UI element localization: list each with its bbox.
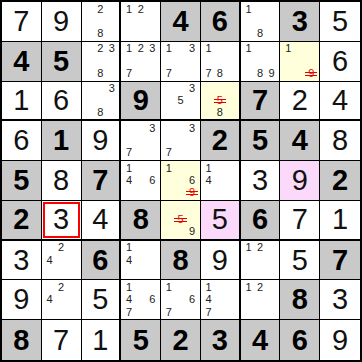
cell-r6c5[interactable]: 95 xyxy=(161,201,201,241)
given-digit: 1 xyxy=(42,121,81,160)
candidate: 1 xyxy=(203,162,214,174)
candidate-marks: 178 xyxy=(201,42,239,81)
cell-r3c7[interactable]: 7 xyxy=(241,82,281,122)
candidate: 5 xyxy=(175,94,187,106)
cell-r7c9[interactable]: 7 xyxy=(320,241,360,281)
candidate: 3 xyxy=(147,43,159,55)
solved-digit: 3 xyxy=(241,161,280,200)
cell-r6c8[interactable]: 7 xyxy=(280,201,320,241)
candidate: 4 xyxy=(44,294,56,306)
cell-r1c2[interactable]: 9 xyxy=(42,2,82,42)
cell-r7c8[interactable]: 5 xyxy=(280,241,320,281)
candidate-marks: 14 xyxy=(201,161,239,200)
cell-r2c2[interactable]: 5 xyxy=(42,42,82,82)
solved-digit: 9 xyxy=(320,320,360,360)
candidate: 8 xyxy=(214,106,225,118)
candidate: 1 xyxy=(203,43,214,55)
candidate: 7 xyxy=(123,306,135,318)
cell-r5c8[interactable]: 9 xyxy=(280,161,320,201)
cell-r3c1[interactable]: 1 xyxy=(2,82,42,122)
solved-digit: 3 xyxy=(2,241,41,280)
cell-r6c2[interactable]: 3 xyxy=(42,201,82,241)
cell-r9c7[interactable]: 4 xyxy=(241,320,281,360)
candidate: 7 xyxy=(163,67,175,79)
cell-r7c7[interactable]: 12 xyxy=(241,241,281,281)
solved-digit: 9 xyxy=(280,161,319,200)
candidate: 8 xyxy=(214,67,225,79)
candidate-marks: 38 xyxy=(82,82,120,120)
solved-digit: 7 xyxy=(2,2,41,41)
solved-digit: 4 xyxy=(320,82,360,120)
candidate-marks: 28 xyxy=(82,2,120,41)
solved-digit: 9 xyxy=(2,280,41,319)
cell-r9c2[interactable]: 7 xyxy=(42,320,82,360)
given-digit: 8 xyxy=(161,241,200,280)
eliminated-candidate: 9 xyxy=(306,67,318,79)
sudoku-board: 7928124618354523812371371781891961638935… xyxy=(0,0,362,362)
given-digit: 2 xyxy=(2,201,41,239)
candidate-marks: 18 xyxy=(241,2,280,41)
cell-r8c4[interactable]: 1467 xyxy=(121,280,161,320)
solved-digit: 7 xyxy=(42,320,81,360)
candidate-marks: 12 xyxy=(241,241,280,280)
candidate: 1 xyxy=(123,43,135,55)
cell-r6c7[interactable]: 6 xyxy=(241,201,281,241)
solved-digit: 6 xyxy=(42,82,81,120)
candidate-marks: 1237 xyxy=(121,42,160,81)
given-digit: 8 xyxy=(2,320,41,360)
given-digit: 6 xyxy=(201,2,239,41)
candidate: 1 xyxy=(282,43,294,55)
candidate: 6 xyxy=(147,174,159,186)
candidate-marks: 85 xyxy=(201,82,239,120)
cell-r8c2[interactable]: 24 xyxy=(42,280,82,320)
given-digit: 4 xyxy=(161,2,200,41)
candidate-marks: 169 xyxy=(161,161,200,200)
cell-r3c9[interactable]: 4 xyxy=(320,82,360,122)
candidate: 2 xyxy=(135,3,147,15)
candidate-marks: 1467 xyxy=(121,280,160,319)
cell-r4c6[interactable]: 2 xyxy=(201,121,241,161)
given-digit: 4 xyxy=(280,121,319,160)
cell-r1c7[interactable]: 18 xyxy=(241,2,281,42)
cell-r1c4[interactable]: 12 xyxy=(121,2,161,42)
cell-r8c6[interactable]: 147 xyxy=(201,280,241,320)
cell-r8c9[interactable]: 3 xyxy=(320,280,360,320)
cell-r6c1[interactable]: 2 xyxy=(2,201,42,241)
cell-r5c7[interactable]: 3 xyxy=(241,161,281,201)
candidate: 1 xyxy=(163,43,175,55)
cell-r8c7[interactable]: 12 xyxy=(241,280,281,320)
cell-r4c1[interactable]: 6 xyxy=(2,121,42,161)
given-digit: 4 xyxy=(2,42,41,81)
cell-r4c4[interactable]: 37 xyxy=(121,121,161,161)
cell-r3c3[interactable]: 38 xyxy=(82,82,122,122)
given-digit: 5 xyxy=(241,121,280,160)
cell-r5c5[interactable]: 169 xyxy=(161,161,201,201)
solved-digit: 2 xyxy=(280,82,319,120)
given-digit: 3 xyxy=(201,320,239,360)
cell-r3c4[interactable]: 9 xyxy=(121,82,161,122)
cell-r9c8[interactable]: 6 xyxy=(280,320,320,360)
given-digit: 4 xyxy=(241,320,280,360)
cell-r3c2[interactable]: 6 xyxy=(42,82,82,122)
cell-r3c6[interactable]: 85 xyxy=(201,82,241,122)
solved-digit: 9 xyxy=(42,2,81,41)
given-digit: 8 xyxy=(121,201,160,239)
candidate: 2 xyxy=(254,242,266,254)
candidate-marks: 147 xyxy=(201,280,239,319)
candidate: 9 xyxy=(186,226,198,238)
cell-r8c5[interactable]: 167 xyxy=(161,280,201,320)
candidate: 1 xyxy=(243,242,255,254)
candidate: 7 xyxy=(203,67,214,79)
cell-r2c9[interactable]: 6 xyxy=(320,42,360,82)
solved-digit: 1 xyxy=(320,201,360,239)
candidate: 7 xyxy=(123,147,135,159)
candidate: 3 xyxy=(186,83,198,95)
given-digit: 3 xyxy=(280,2,319,41)
candidate: 6 xyxy=(147,294,159,306)
solved-digit: 8 xyxy=(42,161,81,200)
cell-r2c3[interactable]: 238 xyxy=(82,42,122,82)
solved-digit: 3 xyxy=(42,201,81,239)
candidate: 3 xyxy=(147,122,159,134)
candidate: 8 xyxy=(95,28,106,40)
cell-r2c5[interactable]: 137 xyxy=(161,42,201,82)
cell-r9c9[interactable]: 9 xyxy=(320,320,360,360)
cell-r7c1[interactable]: 3 xyxy=(2,241,42,281)
candidate-marks: 35 xyxy=(161,82,200,120)
eliminated-candidate: 9 xyxy=(186,187,198,199)
candidate: 1 xyxy=(123,3,135,15)
cell-r9c3[interactable]: 1 xyxy=(82,320,122,360)
cell-r5c9[interactable]: 2 xyxy=(320,161,360,201)
candidate: 4 xyxy=(123,174,135,186)
cell-r1c3[interactable]: 28 xyxy=(82,2,122,42)
given-digit: 2 xyxy=(320,161,360,200)
candidate: 8 xyxy=(95,67,106,79)
candidate: 7 xyxy=(203,306,214,318)
candidate: 8 xyxy=(254,67,266,79)
cell-r2c4[interactable]: 1237 xyxy=(121,42,161,82)
cell-r9c5[interactable]: 2 xyxy=(161,320,201,360)
candidate: 2 xyxy=(254,281,266,293)
cell-r2c1[interactable]: 4 xyxy=(2,42,42,82)
given-digit: 7 xyxy=(82,161,120,200)
candidate: 1 xyxy=(243,3,255,15)
given-digit: 6 xyxy=(241,201,280,239)
cell-r7c3[interactable]: 6 xyxy=(82,241,122,281)
candidate-marks: 19 xyxy=(280,42,319,81)
candidate: 2 xyxy=(135,43,147,55)
cell-r3c5[interactable]: 35 xyxy=(161,82,201,122)
candidate-marks: 95 xyxy=(161,201,200,239)
candidate: 7 xyxy=(163,306,175,318)
given-digit: 7 xyxy=(320,241,360,280)
cell-r5c1[interactable]: 5 xyxy=(2,161,42,201)
solved-digit: 5 xyxy=(201,201,239,239)
candidate-marks: 24 xyxy=(42,280,81,319)
candidate: 2 xyxy=(95,3,106,15)
cell-r5c2[interactable]: 8 xyxy=(42,161,82,201)
cell-r5c3[interactable]: 7 xyxy=(82,161,122,201)
cell-r5c4[interactable]: 146 xyxy=(121,161,161,201)
candidate-marks: 14 xyxy=(121,241,160,280)
cell-r4c7[interactable]: 5 xyxy=(241,121,281,161)
cell-r1c1[interactable]: 7 xyxy=(2,2,42,42)
solved-digit: 4 xyxy=(82,201,120,239)
given-digit: 8 xyxy=(280,280,319,319)
candidate: 3 xyxy=(106,43,117,55)
candidate: 2 xyxy=(55,281,67,293)
candidate: 1 xyxy=(243,43,255,55)
candidate: 1 xyxy=(163,281,175,293)
given-digit: 6 xyxy=(82,241,120,280)
solved-digit: 8 xyxy=(320,121,360,160)
cell-r9c4[interactable]: 5 xyxy=(121,320,161,360)
given-digit: 7 xyxy=(241,82,280,120)
given-digit: 2 xyxy=(161,320,200,360)
given-digit: 5 xyxy=(121,320,160,360)
candidate: 6 xyxy=(186,174,198,186)
candidate: 7 xyxy=(123,67,135,79)
cell-r2c6[interactable]: 178 xyxy=(201,42,241,82)
eliminated-candidate: 5 xyxy=(175,214,187,226)
candidate-marks: 238 xyxy=(82,42,120,81)
candidate: 6 xyxy=(186,294,198,306)
given-digit: 6 xyxy=(280,320,319,360)
candidate-marks: 12 xyxy=(121,2,160,41)
candidate: 1 xyxy=(123,242,135,254)
cell-r3c8[interactable]: 2 xyxy=(280,82,320,122)
solved-digit: 9 xyxy=(82,121,120,160)
cell-r6c6[interactable]: 5 xyxy=(201,201,241,241)
candidate: 1 xyxy=(203,281,214,293)
candidate-marks: 12 xyxy=(241,280,280,319)
solved-digit: 6 xyxy=(320,42,360,81)
cell-r6c9[interactable]: 1 xyxy=(320,201,360,241)
candidate: 7 xyxy=(163,147,175,159)
solved-digit: 6 xyxy=(2,121,41,160)
candidate: 1 xyxy=(243,281,255,293)
cell-r8c8[interactable]: 8 xyxy=(280,280,320,320)
candidate: 4 xyxy=(203,294,214,306)
candidate: 8 xyxy=(95,106,106,118)
candidate-marks: 37 xyxy=(121,121,160,160)
candidate: 2 xyxy=(55,242,67,254)
cell-r8c3[interactable]: 5 xyxy=(82,280,122,320)
cell-r7c6[interactable]: 9 xyxy=(201,241,241,281)
solved-digit: 9 xyxy=(201,241,239,280)
candidate-marks: 37 xyxy=(161,121,200,160)
cell-r4c2[interactable]: 1 xyxy=(42,121,82,161)
cell-r4c9[interactable]: 8 xyxy=(320,121,360,161)
solved-digit: 5 xyxy=(280,241,319,280)
solved-digit: 3 xyxy=(320,280,360,319)
cell-r1c9[interactable]: 5 xyxy=(320,2,360,42)
given-digit: 9 xyxy=(121,82,160,120)
cell-r2c8[interactable]: 19 xyxy=(280,42,320,82)
candidate: 4 xyxy=(123,254,135,266)
cell-r9c6[interactable]: 3 xyxy=(201,320,241,360)
candidate: 9 xyxy=(266,67,278,79)
given-digit: 5 xyxy=(2,161,41,200)
candidate-marks: 189 xyxy=(241,42,280,81)
candidate: 4 xyxy=(123,294,135,306)
cell-r1c6[interactable]: 6 xyxy=(201,2,241,42)
cell-r1c5[interactable]: 4 xyxy=(161,2,201,42)
cell-r6c4[interactable]: 8 xyxy=(121,201,161,241)
given-digit: 2 xyxy=(201,121,239,160)
cell-r5c6[interactable]: 14 xyxy=(201,161,241,201)
candidate-marks: 146 xyxy=(121,161,160,200)
candidate: 4 xyxy=(203,174,214,186)
cell-r4c8[interactable]: 4 xyxy=(280,121,320,161)
candidate: 1 xyxy=(123,162,135,174)
cell-r7c4[interactable]: 14 xyxy=(121,241,161,281)
cell-r8c1[interactable]: 9 xyxy=(2,280,42,320)
cell-r9c1[interactable]: 8 xyxy=(2,320,42,360)
solved-digit: 1 xyxy=(82,320,120,360)
given-digit: 5 xyxy=(42,42,81,81)
cell-r4c5[interactable]: 37 xyxy=(161,121,201,161)
cell-r4c3[interactable]: 9 xyxy=(82,121,122,161)
candidate: 3 xyxy=(186,43,198,55)
cell-r7c5[interactable]: 8 xyxy=(161,241,201,281)
cell-r1c8[interactable]: 3 xyxy=(280,2,320,42)
cell-r6c3[interactable]: 4 xyxy=(82,201,122,241)
candidate-marks: 24 xyxy=(42,241,81,280)
solved-digit: 5 xyxy=(82,280,120,319)
candidate: 1 xyxy=(163,162,175,174)
cell-r7c2[interactable]: 24 xyxy=(42,241,82,281)
candidate: 3 xyxy=(186,122,198,134)
candidate: 1 xyxy=(123,281,135,293)
solved-digit: 5 xyxy=(320,2,360,41)
candidate: 3 xyxy=(106,83,117,95)
candidate: 8 xyxy=(254,28,266,40)
candidate-marks: 137 xyxy=(161,42,200,81)
cell-r2c7[interactable]: 189 xyxy=(241,42,281,82)
candidate: 2 xyxy=(95,43,106,55)
eliminated-candidate: 5 xyxy=(214,94,225,106)
solved-digit: 1 xyxy=(2,82,41,120)
candidate-marks: 167 xyxy=(161,280,200,319)
candidate: 4 xyxy=(44,254,56,266)
solved-digit: 7 xyxy=(280,201,319,239)
